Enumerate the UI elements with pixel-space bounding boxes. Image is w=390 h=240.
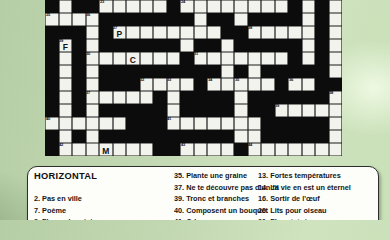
prefilled-letter: F	[59, 42, 73, 53]
cell-number: 25	[46, 13, 50, 17]
white-cell[interactable]	[248, 117, 262, 130]
black-cell	[86, 0, 100, 13]
cell-number: 38	[329, 91, 333, 95]
black-cell	[167, 65, 181, 78]
white-cell[interactable]	[261, 26, 275, 39]
black-cell	[275, 39, 289, 52]
black-cell	[45, 65, 59, 78]
white-cell[interactable]	[261, 78, 275, 91]
black-cell	[315, 39, 329, 52]
white-cell[interactable]	[86, 78, 100, 91]
black-cell	[275, 130, 289, 143]
white-cell[interactable]	[275, 0, 289, 13]
cell-number: 28	[248, 26, 252, 30]
white-cell[interactable]	[86, 130, 100, 143]
black-cell	[261, 65, 275, 78]
black-cell	[59, 26, 73, 39]
black-cell	[261, 39, 275, 52]
black-cell	[113, 104, 127, 117]
black-cell	[113, 65, 127, 78]
black-cell	[207, 13, 221, 26]
white-cell[interactable]	[113, 117, 127, 130]
black-cell	[72, 78, 86, 91]
clue-list-3: 13. Fortes températures14. La vie en est…	[258, 170, 374, 220]
black-cell	[45, 91, 59, 104]
black-cell	[72, 26, 86, 39]
black-cell	[261, 117, 275, 130]
white-cell[interactable]	[302, 13, 316, 26]
black-cell	[194, 91, 208, 104]
black-cell	[288, 39, 302, 52]
white-cell[interactable]	[329, 65, 343, 78]
white-cell[interactable]	[140, 0, 154, 13]
white-cell[interactable]: 40	[45, 117, 59, 130]
white-cell[interactable]	[248, 78, 262, 91]
black-cell	[207, 91, 221, 104]
white-cell[interactable]	[248, 52, 262, 65]
white-cell[interactable]: 35	[234, 78, 248, 91]
black-cell	[45, 52, 59, 65]
white-cell[interactable]	[180, 26, 194, 39]
white-cell[interactable]	[207, 143, 221, 156]
black-cell	[221, 130, 235, 143]
white-cell[interactable]	[167, 91, 181, 104]
white-cell[interactable]: 23	[99, 0, 113, 13]
cell-number: 32	[140, 78, 144, 82]
cell-number: 34	[208, 78, 212, 82]
black-cell	[167, 13, 181, 26]
white-cell[interactable]	[59, 78, 73, 91]
black-cell	[315, 0, 329, 13]
white-cell[interactable]	[194, 117, 208, 130]
white-cell[interactable]	[153, 26, 167, 39]
white-cell[interactable]	[86, 143, 100, 156]
white-cell[interactable]	[126, 0, 140, 13]
black-cell	[153, 39, 167, 52]
black-cell	[234, 26, 248, 39]
crossword-grid[interactable]: 2324252627P2829F30C313233343536373839404…	[45, 0, 342, 156]
black-cell	[126, 39, 140, 52]
white-cell[interactable]	[329, 39, 343, 52]
white-cell[interactable]	[234, 52, 248, 65]
black-cell	[248, 13, 262, 26]
white-cell[interactable]	[234, 130, 248, 143]
prefilled-letter: C	[126, 55, 140, 66]
white-cell[interactable]	[329, 130, 343, 143]
black-cell	[275, 117, 289, 130]
white-cell[interactable]	[302, 78, 316, 91]
black-cell	[261, 130, 275, 143]
white-cell[interactable]: 41	[167, 117, 181, 130]
white-cell[interactable]	[261, 0, 275, 13]
black-cell	[180, 104, 194, 117]
white-cell[interactable]	[234, 104, 248, 117]
black-cell	[315, 78, 329, 91]
cell-number: 23	[100, 0, 104, 4]
black-cell	[207, 104, 221, 117]
cell-number: 44	[248, 143, 252, 147]
white-cell[interactable]	[72, 143, 86, 156]
clue-item: 2. Pas en ville	[34, 193, 172, 205]
white-cell[interactable]	[302, 52, 316, 65]
horizontal-clues: 2. Pas en ville7. Poème9. Fleurs de prin…	[34, 193, 172, 220]
black-cell	[180, 13, 194, 26]
white-cell[interactable]	[248, 130, 262, 143]
white-cell[interactable]	[72, 13, 86, 26]
white-cell[interactable]	[329, 0, 343, 13]
white-cell[interactable]	[329, 104, 343, 117]
black-cell	[275, 91, 289, 104]
clue-item: 14. La vie en est un éternel	[258, 182, 374, 194]
clue-item: 13. Fortes températures	[258, 170, 374, 182]
black-cell	[315, 91, 329, 104]
clue-box: HORIZONTAL 2. Pas en ville7. Poème9. Fle…	[27, 166, 379, 220]
white-cell[interactable]	[275, 143, 289, 156]
black-cell	[167, 143, 181, 156]
black-cell	[45, 0, 59, 13]
black-cell	[99, 130, 113, 143]
white-cell[interactable]	[275, 52, 289, 65]
white-cell[interactable]	[207, 117, 221, 130]
clue-item: 20. Lits pour oiseau	[258, 205, 374, 217]
black-cell	[221, 26, 235, 39]
black-cell	[72, 52, 86, 65]
white-cell[interactable]	[113, 91, 127, 104]
cell-number: 43	[181, 143, 185, 147]
cell-number: 30	[86, 52, 90, 56]
black-cell	[315, 52, 329, 65]
white-cell[interactable]	[126, 143, 140, 156]
black-cell	[140, 130, 154, 143]
black-cell	[275, 65, 289, 78]
black-cell	[140, 13, 154, 26]
black-cell	[194, 65, 208, 78]
white-cell[interactable]	[221, 0, 235, 13]
white-cell[interactable]	[288, 26, 302, 39]
white-cell[interactable]	[234, 0, 248, 13]
white-cell[interactable]	[167, 26, 181, 39]
black-cell	[180, 130, 194, 143]
white-cell[interactable]	[194, 143, 208, 156]
white-cell[interactable]	[126, 91, 140, 104]
white-cell[interactable]	[167, 104, 181, 117]
black-cell	[315, 13, 329, 26]
black-cell	[113, 78, 127, 91]
white-cell[interactable]	[113, 52, 127, 65]
white-cell[interactable]	[221, 52, 235, 65]
clue-item: 16. Sortir de l'œuf	[258, 193, 374, 205]
black-cell	[275, 78, 289, 91]
white-cell[interactable]: 24	[180, 0, 194, 13]
white-cell[interactable]	[207, 0, 221, 13]
white-cell[interactable]: 30	[86, 52, 100, 65]
cell-number: 24	[181, 0, 185, 4]
black-cell	[194, 39, 208, 52]
black-cell	[261, 104, 275, 117]
white-cell[interactable]	[261, 52, 275, 65]
cell-number: 41	[167, 117, 171, 121]
white-cell[interactable]	[315, 104, 329, 117]
black-cell	[221, 13, 235, 26]
prefilled-letter: M	[99, 146, 113, 157]
black-cell	[261, 91, 275, 104]
white-cell[interactable]: 32	[140, 78, 154, 91]
white-cell[interactable]	[59, 117, 73, 130]
black-cell	[194, 78, 208, 91]
white-cell[interactable]	[329, 26, 343, 39]
black-cell	[99, 78, 113, 91]
black-cell	[153, 130, 167, 143]
black-cell	[234, 143, 248, 156]
black-cell	[72, 65, 86, 78]
white-cell[interactable]	[59, 104, 73, 117]
cell-number: 33	[167, 78, 171, 82]
white-cell[interactable]	[329, 13, 343, 26]
white-cell[interactable]	[221, 39, 235, 52]
black-cell	[45, 143, 59, 156]
black-cell	[45, 104, 59, 117]
white-cell[interactable]	[59, 13, 73, 26]
black-cell	[315, 26, 329, 39]
white-cell[interactable]: M	[99, 143, 113, 156]
black-cell	[288, 13, 302, 26]
cell-number: 42	[59, 143, 63, 147]
cell-number: 36	[289, 78, 293, 82]
black-cell	[248, 91, 262, 104]
white-cell[interactable]	[248, 65, 262, 78]
black-cell	[113, 39, 127, 52]
black-cell	[302, 117, 316, 130]
black-cell	[315, 130, 329, 143]
white-cell[interactable]	[59, 65, 73, 78]
white-cell[interactable]	[302, 143, 316, 156]
black-cell	[153, 65, 167, 78]
white-cell[interactable]	[302, 26, 316, 39]
black-cell	[126, 117, 140, 130]
white-cell[interactable]	[126, 26, 140, 39]
black-cell	[167, 0, 181, 13]
white-cell[interactable]	[221, 143, 235, 156]
cell-number: 40	[46, 117, 50, 121]
white-cell[interactable]	[207, 26, 221, 39]
black-cell	[99, 104, 113, 117]
black-cell	[72, 39, 86, 52]
white-cell[interactable]: 44	[248, 143, 262, 156]
black-cell	[167, 130, 181, 143]
horizontal-header: HORIZONTAL	[34, 170, 172, 193]
cell-number: 39	[275, 104, 279, 108]
black-cell	[302, 65, 316, 78]
white-cell[interactable]	[59, 0, 73, 13]
white-cell[interactable]: 31	[194, 52, 208, 65]
white-cell[interactable]	[99, 52, 113, 65]
black-cell	[248, 104, 262, 117]
white-cell[interactable]	[329, 117, 343, 130]
white-cell[interactable]	[140, 52, 154, 65]
black-cell	[221, 91, 235, 104]
white-cell[interactable]: 36	[288, 78, 302, 91]
black-cell	[126, 13, 140, 26]
black-cell	[99, 39, 113, 52]
white-cell[interactable]	[86, 65, 100, 78]
white-cell[interactable]: 42	[59, 143, 73, 156]
white-cell[interactable]	[180, 78, 194, 91]
white-cell[interactable]	[153, 78, 167, 91]
white-cell[interactable]	[113, 0, 127, 13]
white-cell[interactable]: 34	[207, 78, 221, 91]
white-cell[interactable]	[180, 117, 194, 130]
clue-column-1: HORIZONTAL 2. Pas en ville7. Poème9. Fle…	[34, 170, 172, 220]
white-cell[interactable]	[329, 52, 343, 65]
white-cell[interactable]	[261, 143, 275, 156]
white-cell[interactable]	[59, 52, 73, 65]
white-cell[interactable]	[113, 143, 127, 156]
white-cell[interactable]	[99, 91, 113, 104]
black-cell	[140, 117, 154, 130]
black-cell	[248, 39, 262, 52]
black-cell	[302, 130, 316, 143]
black-cell	[140, 39, 154, 52]
white-cell[interactable]	[167, 52, 181, 65]
white-cell[interactable]	[140, 91, 154, 104]
clue-item: 7. Poème	[34, 205, 172, 217]
white-cell[interactable]	[153, 0, 167, 13]
black-cell	[207, 39, 221, 52]
black-cell	[126, 65, 140, 78]
white-cell[interactable]	[234, 117, 248, 130]
white-cell[interactable]	[194, 13, 208, 26]
prefilled-letter: P	[113, 29, 127, 40]
white-cell[interactable]	[302, 104, 316, 117]
white-cell[interactable]	[194, 0, 208, 13]
clue-item: 21. Fleur à épines	[258, 216, 374, 220]
black-cell	[45, 130, 59, 143]
white-cell[interactable]: 43	[180, 143, 194, 156]
black-cell	[72, 104, 86, 117]
cell-number: 37	[86, 91, 90, 95]
white-cell[interactable]: 33	[167, 78, 181, 91]
white-cell[interactable]	[86, 104, 100, 117]
black-cell	[207, 130, 221, 143]
black-cell	[288, 52, 302, 65]
white-cell[interactable]	[221, 78, 235, 91]
white-cell[interactable]	[248, 0, 262, 13]
black-cell	[140, 65, 154, 78]
white-cell[interactable]	[288, 104, 302, 117]
black-cell	[113, 130, 127, 143]
white-cell[interactable]	[180, 39, 194, 52]
clue-item: 9. Fleurs de printemps	[34, 216, 172, 220]
white-cell[interactable]	[329, 143, 343, 156]
black-cell	[315, 65, 329, 78]
white-cell[interactable]	[140, 26, 154, 39]
black-cell	[140, 104, 154, 117]
white-cell[interactable]	[194, 26, 208, 39]
black-cell	[207, 65, 221, 78]
white-cell[interactable]	[86, 26, 100, 39]
black-cell	[275, 13, 289, 26]
cell-number: 35	[235, 78, 239, 82]
white-cell[interactable]	[288, 143, 302, 156]
white-cell[interactable]	[234, 91, 248, 104]
white-cell[interactable]: 26	[86, 13, 100, 26]
white-cell[interactable]	[59, 130, 73, 143]
white-cell[interactable]: 29F	[59, 39, 73, 52]
black-cell	[153, 143, 167, 156]
black-cell	[329, 78, 343, 91]
black-cell	[153, 104, 167, 117]
black-cell	[153, 91, 167, 104]
white-cell[interactable]	[153, 52, 167, 65]
black-cell	[180, 52, 194, 65]
clue-column-3: 13. Fortes températures14. La vie en est…	[258, 170, 374, 220]
black-cell	[99, 65, 113, 78]
black-cell	[99, 26, 113, 39]
cell-number: 26	[86, 13, 90, 17]
black-cell	[72, 130, 86, 143]
black-cell	[72, 91, 86, 104]
white-cell[interactable]	[207, 52, 221, 65]
white-cell[interactable]: 27P	[113, 26, 127, 39]
black-cell	[234, 65, 248, 78]
black-cell	[315, 117, 329, 130]
black-cell	[288, 130, 302, 143]
black-cell	[45, 26, 59, 39]
cell-number: 31	[194, 52, 198, 56]
white-cell[interactable]	[221, 117, 235, 130]
black-cell	[288, 65, 302, 78]
white-cell[interactable]	[140, 143, 154, 156]
black-cell	[180, 91, 194, 104]
black-cell	[194, 130, 208, 143]
white-cell[interactable]	[302, 0, 316, 13]
white-cell[interactable]: 28	[248, 26, 262, 39]
black-cell	[194, 104, 208, 117]
black-cell	[153, 13, 167, 26]
black-cell	[234, 39, 248, 52]
black-cell	[113, 13, 127, 26]
black-cell	[126, 130, 140, 143]
black-cell	[72, 0, 86, 13]
black-cell	[180, 65, 194, 78]
white-cell[interactable]	[221, 65, 235, 78]
black-cell	[45, 78, 59, 91]
white-cell[interactable]	[86, 117, 100, 130]
black-cell	[167, 39, 181, 52]
black-cell	[288, 91, 302, 104]
white-cell[interactable]: C	[126, 52, 140, 65]
white-cell[interactable]	[86, 39, 100, 52]
white-cell[interactable]	[234, 13, 248, 26]
white-cell[interactable]: 39	[275, 104, 289, 117]
white-cell[interactable]: 25	[45, 13, 59, 26]
white-cell[interactable]	[315, 143, 329, 156]
black-cell	[126, 104, 140, 117]
white-cell[interactable]: 37	[86, 91, 100, 104]
black-cell	[261, 13, 275, 26]
white-cell[interactable]	[302, 39, 316, 52]
white-cell[interactable]: 38	[329, 91, 343, 104]
black-cell	[288, 117, 302, 130]
black-cell	[45, 39, 59, 52]
white-cell[interactable]	[99, 117, 113, 130]
white-cell[interactable]	[59, 91, 73, 104]
black-cell	[302, 91, 316, 104]
white-cell[interactable]	[275, 26, 289, 39]
white-cell[interactable]	[72, 117, 86, 130]
black-cell	[126, 78, 140, 91]
black-cell	[221, 104, 235, 117]
